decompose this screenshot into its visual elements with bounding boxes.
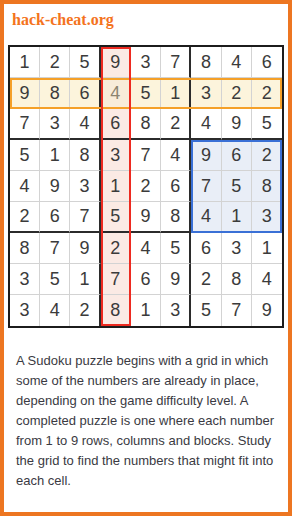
cell-r3c8[interactable]: 9 [222,109,252,140]
cell-r5c6[interactable]: 6 [161,171,191,202]
cell-r4c4[interactable]: 3 [101,140,131,171]
cell-r5c5[interactable]: 2 [131,171,161,202]
cell-r1c8[interactable]: 4 [222,47,252,78]
cell-r1c1[interactable]: 1 [10,47,40,78]
cell-r7c7[interactable]: 6 [191,233,221,264]
cell-r4c5[interactable]: 7 [131,140,161,171]
cell-r1c9[interactable]: 6 [252,47,282,78]
cell-r8c1[interactable]: 3 [10,264,40,295]
cell-r6c1[interactable]: 2 [10,202,40,233]
cell-r9c1[interactable]: 3 [10,295,40,326]
cell-r7c1[interactable]: 8 [10,233,40,264]
cell-r3c3[interactable]: 4 [70,109,100,140]
cell-r5c3[interactable]: 3 [70,171,100,202]
cell-r5c4[interactable]: 1 [101,171,131,202]
cell-r3c5[interactable]: 8 [131,109,161,140]
cell-r3c6[interactable]: 2 [161,109,191,140]
cell-r2c6[interactable]: 1 [161,78,191,109]
cell-r8c5[interactable]: 6 [131,264,161,295]
cell-r4c3[interactable]: 8 [70,140,100,171]
cell-r3c4[interactable]: 6 [101,109,131,140]
site-banner: hack-cheat.org [4,4,288,44]
cell-r8c3[interactable]: 1 [70,264,100,295]
cell-r3c7[interactable]: 4 [191,109,221,140]
cell-r7c4[interactable]: 2 [101,233,131,264]
cell-r1c4[interactable]: 9 [101,47,131,78]
cell-r9c2[interactable]: 4 [40,295,70,326]
sudoku-board: 1259378469864513227346824955183749624931… [8,45,284,328]
cell-r7c8[interactable]: 3 [222,233,252,264]
cell-r2c7[interactable]: 3 [191,78,221,109]
cell-r4c6[interactable]: 4 [161,140,191,171]
cell-r1c5[interactable]: 3 [131,47,161,78]
cell-r8c4[interactable]: 7 [101,264,131,295]
cell-r4c7[interactable]: 9 [191,140,221,171]
cell-r5c9[interactable]: 8 [252,171,282,202]
cell-r9c9[interactable]: 9 [252,295,282,326]
cell-r7c3[interactable]: 9 [70,233,100,264]
cell-r6c5[interactable]: 9 [131,202,161,233]
cell-r4c1[interactable]: 5 [10,140,40,171]
cell-r9c8[interactable]: 7 [222,295,252,326]
cell-r4c2[interactable]: 1 [40,140,70,171]
cell-r3c2[interactable]: 3 [40,109,70,140]
cell-r7c5[interactable]: 4 [131,233,161,264]
cell-r2c3[interactable]: 6 [70,78,100,109]
cell-r4c9[interactable]: 2 [252,140,282,171]
cell-r1c6[interactable]: 7 [161,47,191,78]
cell-r9c3[interactable]: 2 [70,295,100,326]
cell-r6c7[interactable]: 4 [191,202,221,233]
cell-r8c8[interactable]: 8 [222,264,252,295]
puzzle-description: A Sudoku puzzle begins with a grid in wh… [16,351,278,491]
sudoku-grid: 1259378469864513227346824955183749624931… [10,47,282,326]
cell-r8c9[interactable]: 4 [252,264,282,295]
cell-r2c8[interactable]: 2 [222,78,252,109]
cell-r6c9[interactable]: 3 [252,202,282,233]
cell-r4c8[interactable]: 6 [222,140,252,171]
cell-r2c5[interactable]: 5 [131,78,161,109]
cell-r2c9[interactable]: 2 [252,78,282,109]
cell-r1c7[interactable]: 8 [191,47,221,78]
cell-r3c9[interactable]: 5 [252,109,282,140]
site-link[interactable]: hack-cheat.org [12,11,114,28]
cell-r2c4[interactable]: 4 [101,78,131,109]
cell-r9c6[interactable]: 3 [161,295,191,326]
cell-r9c7[interactable]: 5 [191,295,221,326]
page: { "banner": { "site_label": "hack-cheat.… [0,0,292,516]
cell-r6c2[interactable]: 6 [40,202,70,233]
cell-r2c2[interactable]: 8 [40,78,70,109]
cell-r5c2[interactable]: 9 [40,171,70,202]
cell-r6c3[interactable]: 7 [70,202,100,233]
cell-r7c6[interactable]: 5 [161,233,191,264]
cell-r1c3[interactable]: 5 [70,47,100,78]
cell-r9c5[interactable]: 1 [131,295,161,326]
cell-r6c6[interactable]: 8 [161,202,191,233]
cell-r5c8[interactable]: 5 [222,171,252,202]
cell-r2c1[interactable]: 9 [10,78,40,109]
cell-r5c1[interactable]: 4 [10,171,40,202]
cell-r5c7[interactable]: 7 [191,171,221,202]
cell-r8c6[interactable]: 9 [161,264,191,295]
cell-r8c2[interactable]: 5 [40,264,70,295]
cell-r8c7[interactable]: 2 [191,264,221,295]
cell-r9c4[interactable]: 8 [101,295,131,326]
cell-r3c1[interactable]: 7 [10,109,40,140]
cell-r7c2[interactable]: 7 [40,233,70,264]
cell-r6c4[interactable]: 5 [101,202,131,233]
cell-r6c8[interactable]: 1 [222,202,252,233]
cell-r7c9[interactable]: 1 [252,233,282,264]
cell-r1c2[interactable]: 2 [40,47,70,78]
